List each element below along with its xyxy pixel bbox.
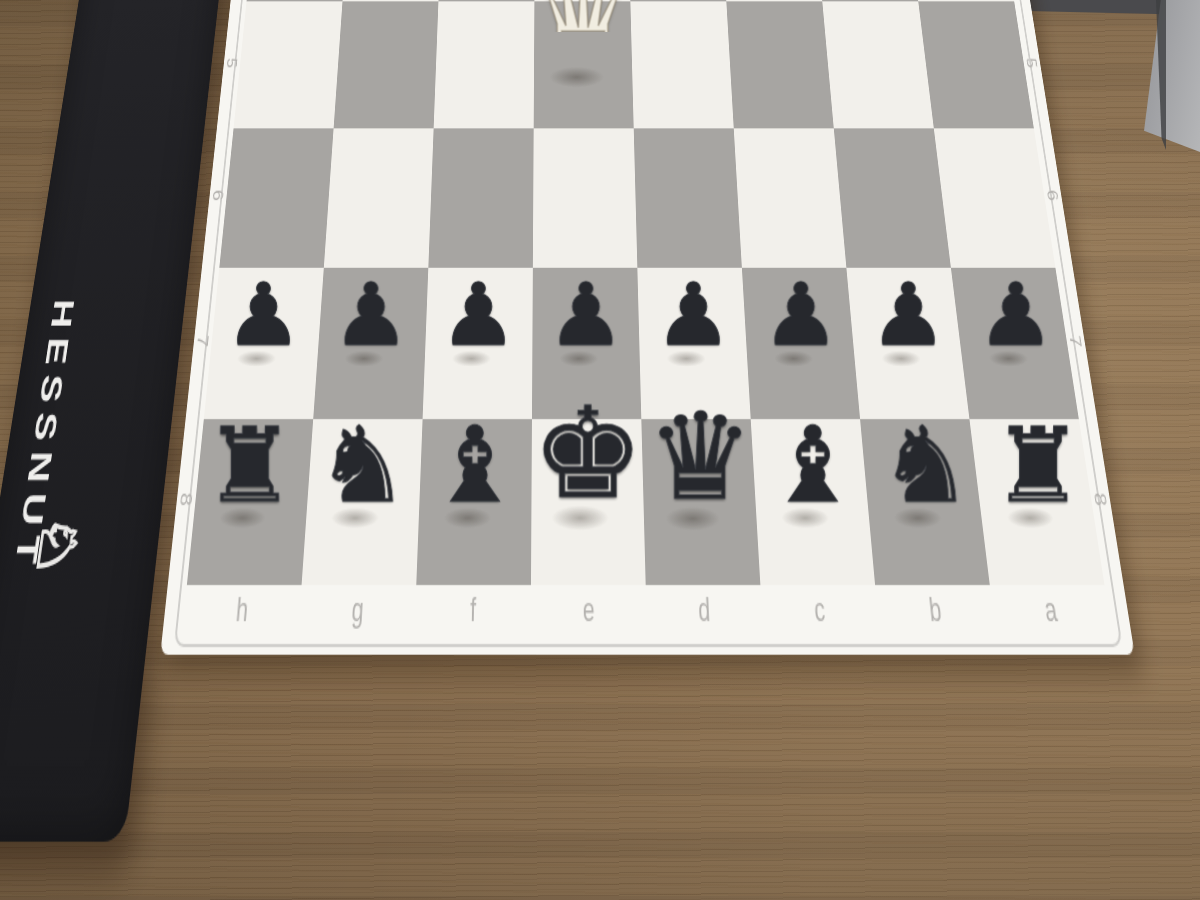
square-f5 [434,1,535,128]
file-label-f: f [415,591,531,630]
square-h7 [204,267,324,419]
square-c8 [751,419,875,585]
rank-label-right-7: 7 [1065,334,1085,346]
square-d6 [634,129,742,268]
rank-label-left-5: 5 [222,58,239,68]
file-label-d: d [646,591,763,630]
square-c6 [734,129,847,268]
photo-scene: ? Power + ⊙ HESSNUT ♘ hgfedcba1122334455… [0,0,1200,900]
square-f8 [416,419,532,585]
rank-label-left-6: 6 [208,190,226,201]
square-a7 [951,267,1079,419]
square-c7 [742,267,860,419]
square-a6 [934,129,1055,268]
rank-label-left-7: 7 [192,334,211,346]
square-d5 [630,1,733,128]
rank-label-right-5: 5 [1022,58,1040,68]
square-h5 [234,1,343,128]
square-c5 [726,1,833,128]
square-g6 [324,129,434,268]
square-b8 [860,419,990,585]
board-scene: ? Power + ⊙ HESSNUT ♘ hgfedcba1122334455… [0,0,1200,900]
chess-mat: hgfedcba1122334455667788 [160,0,1135,655]
square-e6 [533,129,637,268]
square-g5 [334,1,439,128]
rank-label-right-8: 8 [1089,492,1110,505]
square-e7 [532,267,641,419]
square-a8 [969,419,1104,585]
square-b6 [834,129,951,268]
square-f7 [423,267,533,419]
square-f6 [428,129,533,268]
square-b5 [822,1,934,128]
square-h6 [219,129,333,268]
file-label-g: g [298,591,416,630]
square-b7 [846,267,969,419]
board-grid [187,0,1105,585]
square-a5 [918,1,1034,128]
file-label-e: e [531,591,647,630]
square-d8 [641,419,760,585]
file-label-a: a [991,591,1112,630]
board-plane: ? Power + ⊙ HESSNUT ♘ hgfedcba1122334455… [0,0,1200,750]
square-e8 [531,419,646,585]
square-g7 [313,267,428,419]
file-label-h: h [182,591,301,630]
square-d7 [637,267,750,419]
file-label-b: b [876,591,996,630]
square-h8 [187,419,313,585]
rank-label-left-8: 8 [175,492,195,505]
hessnut-knight-logo: ♘ [25,512,91,580]
file-label-c: c [761,591,879,630]
square-e5 [534,1,634,128]
rank-label-right-6: 6 [1042,190,1061,201]
square-g8 [302,419,423,585]
